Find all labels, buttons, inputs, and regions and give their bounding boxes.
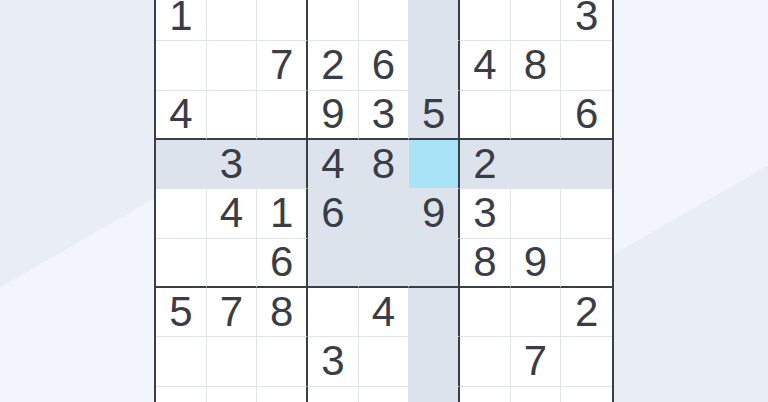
cell-r8c6[interactable] [409,337,460,386]
cell-r1c8[interactable] [511,0,562,41]
cell-r4c8[interactable] [511,140,562,189]
cell-r2c7[interactable]: 4 [460,41,511,90]
cell-r2c8[interactable]: 8 [511,41,562,90]
cell-r1c1[interactable]: 1 [156,0,207,41]
cell-r6c6[interactable] [409,239,460,288]
cell-r6c5[interactable] [359,239,410,288]
cell-r6c2[interactable] [207,239,258,288]
cell-r2c5[interactable]: 6 [359,41,410,90]
cell-r3c7[interactable] [460,91,511,140]
cell-r7c2[interactable]: 7 [207,288,258,337]
cell-r8c5[interactable] [359,337,410,386]
cell-r8c3[interactable] [257,337,308,386]
cell-r5c5[interactable] [359,189,410,238]
cell-r3c5[interactable]: 3 [359,91,410,140]
cell-r5c2[interactable]: 4 [207,189,258,238]
cell-r7c8[interactable] [511,288,562,337]
cell-r9c3[interactable] [257,387,308,402]
cell-r3c3[interactable] [257,91,308,140]
cell-r3c8[interactable] [511,91,562,140]
cell-r9c8[interactable] [511,387,562,402]
cell-r2c6[interactable] [409,41,460,90]
cell-r8c9[interactable] [561,337,612,386]
cell-r7c9[interactable]: 2 [561,288,612,337]
cell-r5c1[interactable] [156,189,207,238]
cell-r4c5[interactable]: 8 [359,140,410,189]
cell-r5c8[interactable] [511,189,562,238]
cell-r4c3[interactable] [257,140,308,189]
cell-r4c7[interactable]: 2 [460,140,511,189]
cell-r1c9[interactable]: 3 [561,0,612,41]
cell-r4c9[interactable] [561,140,612,189]
cell-r3c4[interactable]: 9 [308,91,359,140]
cell-r2c2[interactable] [207,41,258,90]
cell-r9c9[interactable] [561,387,612,402]
cell-r1c5[interactable] [359,0,410,41]
cell-r8c7[interactable] [460,337,511,386]
cell-r2c9[interactable] [561,41,612,90]
cell-r9c6[interactable] [409,387,460,402]
cell-r3c1[interactable]: 4 [156,91,207,140]
cell-r7c6[interactable] [409,288,460,337]
cell-r6c3[interactable]: 6 [257,239,308,288]
cell-r9c5[interactable] [359,387,410,402]
cell-r5c6[interactable]: 9 [409,189,460,238]
cell-r1c4[interactable] [308,0,359,41]
cell-r6c4[interactable] [308,239,359,288]
cell-r5c4[interactable]: 6 [308,189,359,238]
sudoku-board: 1372648493563482416936895784237 [154,0,614,402]
cell-r8c1[interactable] [156,337,207,386]
cell-r6c8[interactable]: 9 [511,239,562,288]
cell-r8c8[interactable]: 7 [511,337,562,386]
cell-r7c1[interactable]: 5 [156,288,207,337]
cell-r5c7[interactable]: 3 [460,189,511,238]
cell-r6c9[interactable] [561,239,612,288]
cell-r1c6[interactable] [409,0,460,41]
cell-r9c7[interactable] [460,387,511,402]
cell-r1c7[interactable] [460,0,511,41]
selected-cell-r4c6[interactable] [409,140,460,189]
cell-r5c3[interactable]: 1 [257,189,308,238]
cell-r1c3[interactable] [257,0,308,41]
cell-r5c9[interactable] [561,189,612,238]
cell-r3c6[interactable]: 5 [409,91,460,140]
cell-r4c2[interactable]: 3 [207,140,258,189]
cell-r6c7[interactable]: 8 [460,239,511,288]
cell-r6c1[interactable] [156,239,207,288]
cell-r7c4[interactable] [308,288,359,337]
cell-r9c1[interactable] [156,387,207,402]
cell-r4c4[interactable]: 4 [308,140,359,189]
cell-r3c2[interactable] [207,91,258,140]
cell-r2c1[interactable] [156,41,207,90]
cell-r2c3[interactable]: 7 [257,41,308,90]
cell-r7c5[interactable]: 4 [359,288,410,337]
cell-r7c7[interactable] [460,288,511,337]
cell-r3c9[interactable]: 6 [561,91,612,140]
cell-r4c1[interactable] [156,140,207,189]
cell-r9c4[interactable] [308,387,359,402]
cell-r1c2[interactable] [207,0,258,41]
cell-r9c2[interactable] [207,387,258,402]
cell-r8c4[interactable]: 3 [308,337,359,386]
cell-r2c4[interactable]: 2 [308,41,359,90]
cell-r8c2[interactable] [207,337,258,386]
cell-r7c3[interactable]: 8 [257,288,308,337]
